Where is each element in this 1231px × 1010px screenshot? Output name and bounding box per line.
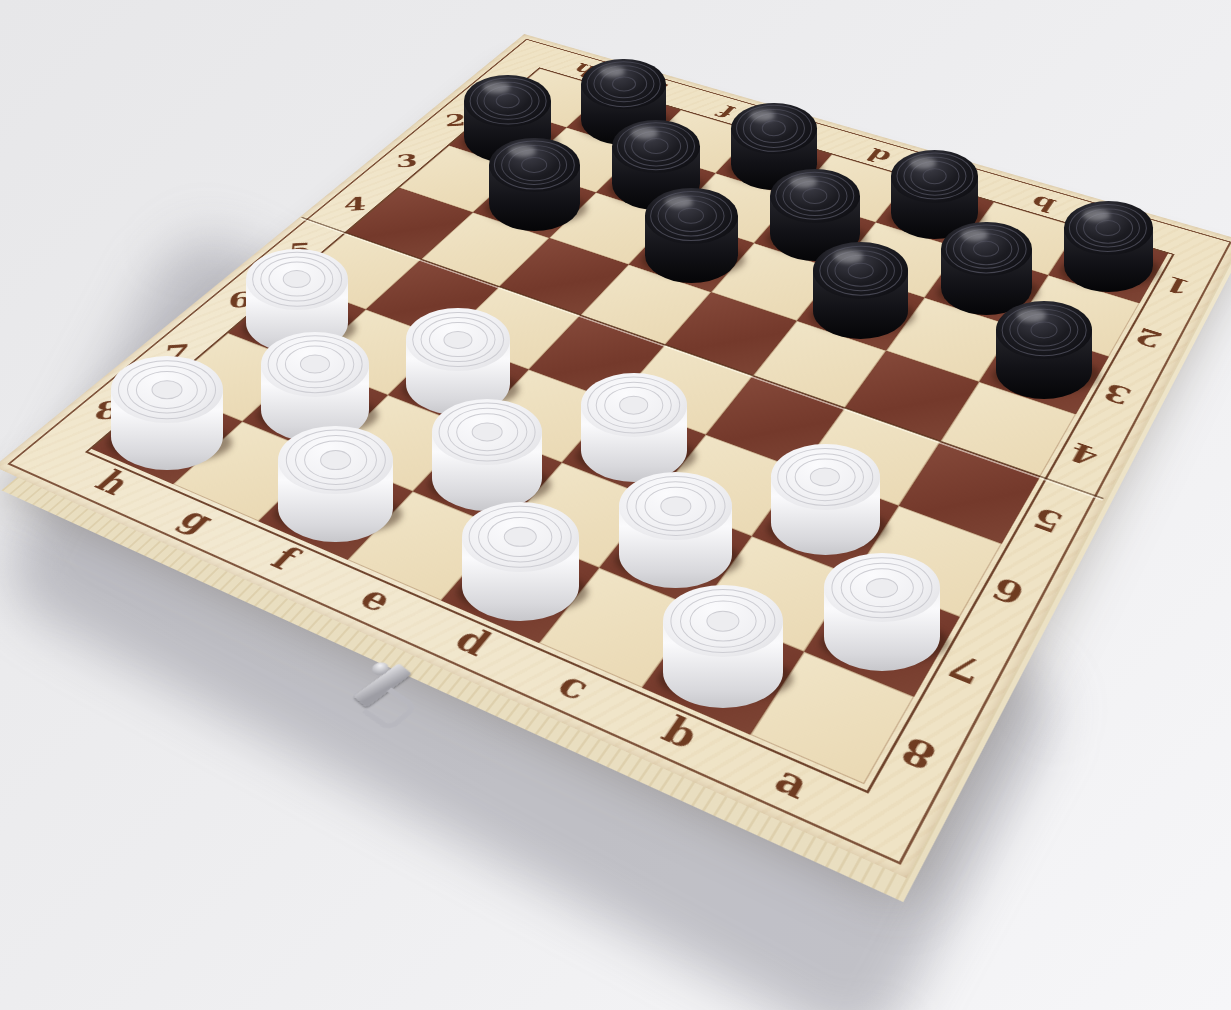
file-label-text: h <box>89 466 137 499</box>
file-label-text: d <box>864 145 896 166</box>
rank-label-text: 5 <box>287 240 312 261</box>
rank-label-text: 2 <box>445 111 466 128</box>
rank-label-text: 3 <box>396 151 418 169</box>
rank-label-text: 6 <box>227 288 254 310</box>
rank-label-text: 7 <box>162 341 191 365</box>
file-label-text: a <box>1115 217 1146 240</box>
file-label-text: c <box>552 666 597 706</box>
file-label-text: g <box>173 503 221 537</box>
file-label-text: a <box>769 760 816 805</box>
scene: hgfedcba1122334455667788hgfedcba <box>0 0 1231 1010</box>
rank-label-text: 1 <box>490 74 511 90</box>
rank-label-text: 4 <box>343 194 366 214</box>
rank-label-text: 7 <box>943 647 987 687</box>
file-label-text: d <box>449 622 497 661</box>
file-label-text: e <box>787 123 818 142</box>
file-label-text: g <box>639 81 671 100</box>
rank-label-text: 4 <box>1065 438 1103 469</box>
file-label-text: f <box>265 542 304 574</box>
file-label-text: e <box>354 581 400 617</box>
file-label-text: c <box>945 169 975 190</box>
rank-label-text: 3 <box>1099 379 1135 408</box>
file-label-text: f <box>715 103 740 120</box>
rank-label-text: 6 <box>987 572 1029 609</box>
file-label-text: b <box>1028 192 1060 214</box>
rank-label-text: 8 <box>92 397 123 423</box>
file-label-text: b <box>656 711 705 754</box>
rank-label-text: 5 <box>1028 502 1068 536</box>
rank-label-text: 2 <box>1131 324 1166 351</box>
rank-label-text: 8 <box>895 730 942 774</box>
file-label-text: h <box>568 60 601 78</box>
rank-label-text: 1 <box>1161 272 1194 297</box>
